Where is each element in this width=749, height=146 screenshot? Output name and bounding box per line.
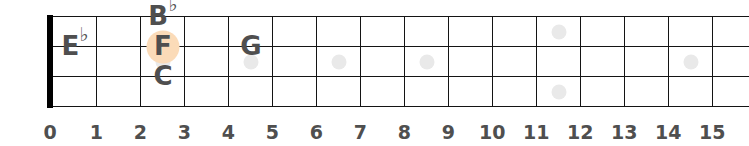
flat-symbol: ♭ (169, 0, 178, 14)
fret-cell (141, 17, 185, 47)
fret-cell (53, 17, 97, 47)
fret-number-1: 1 (90, 123, 103, 142)
fret-cell (317, 77, 361, 107)
fretboard-grid (53, 16, 749, 107)
fret-cell (141, 77, 185, 107)
fret-cell (449, 47, 493, 77)
fret-number-8: 8 (398, 123, 411, 142)
fret-number-13: 13 (611, 123, 637, 142)
fret-cell (97, 77, 141, 107)
fret-number-14: 14 (655, 123, 681, 142)
fret-cell (669, 47, 713, 77)
fret-cell (493, 77, 537, 107)
fret-cell (405, 47, 449, 77)
fret-number-5: 5 (266, 123, 279, 142)
fret-cell (229, 77, 273, 107)
fret-cell (229, 17, 273, 47)
fret-cell (405, 77, 449, 107)
fret-cell (273, 47, 317, 77)
fret-cell (361, 47, 405, 77)
fret-cell (53, 77, 97, 107)
fret-cell (273, 77, 317, 107)
fret-cell (581, 47, 625, 77)
fret-cell (361, 77, 405, 107)
fret-number-11: 11 (523, 123, 549, 142)
fret-cell (185, 77, 229, 107)
fret-cell (713, 77, 749, 107)
fret-number-4: 4 (222, 123, 235, 142)
fret-number-2: 2 (134, 123, 147, 142)
fret-cell (713, 17, 749, 47)
fret-cell (581, 17, 625, 47)
fret-cell (273, 17, 317, 47)
fret-cell (317, 17, 361, 47)
fret-cell (625, 17, 669, 47)
fret-cell (449, 77, 493, 107)
fret-number-7: 7 (354, 123, 367, 142)
fret-number-12: 12 (567, 123, 593, 142)
fret-number-15: 15 (699, 123, 725, 142)
fret-number-6: 6 (310, 123, 323, 142)
fret-cell (141, 47, 185, 77)
fret-cell (625, 77, 669, 107)
fret-number-3: 3 (178, 123, 191, 142)
fret-number-10: 10 (479, 123, 505, 142)
fret-cell (581, 77, 625, 107)
fret-number-0: 0 (43, 123, 56, 142)
fretboard-diagram: B♭E♭FGC0123456789101112131415 (0, 0, 749, 146)
fret-cell (53, 47, 97, 77)
fret-cell (405, 17, 449, 47)
fret-cell (537, 77, 581, 107)
fret-cell (229, 47, 273, 77)
fret-cell (361, 17, 405, 47)
fret-cell (493, 17, 537, 47)
fret-cell (537, 17, 581, 47)
fret-cell (97, 17, 141, 47)
fret-cell (669, 17, 713, 47)
fret-number-9: 9 (442, 123, 455, 142)
fret-cell (493, 47, 537, 77)
fret-cell (317, 47, 361, 77)
fret-cell (625, 47, 669, 77)
fret-cell (185, 17, 229, 47)
fret-cell (185, 47, 229, 77)
fret-cell (449, 17, 493, 47)
fret-cell (537, 47, 581, 77)
fret-cell (669, 77, 713, 107)
fret-cell (713, 47, 749, 77)
fret-cell (97, 47, 141, 77)
